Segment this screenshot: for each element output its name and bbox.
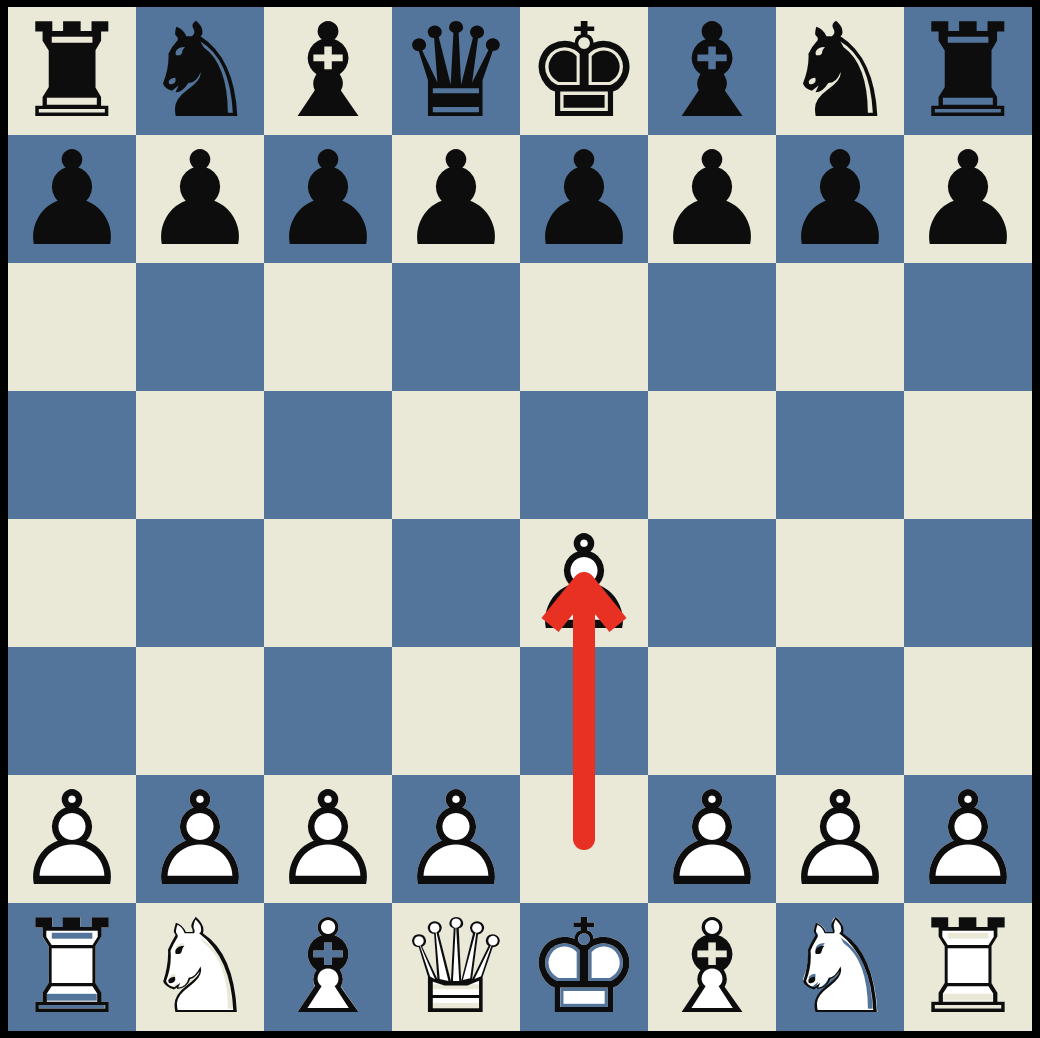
square-b2[interactable]: ♟♙ (136, 775, 264, 903)
square-h4[interactable] (904, 519, 1032, 647)
black-pawn-icon: ♟ (776, 135, 904, 263)
black-pawn-icon: ♟ (904, 135, 1032, 263)
piece-black-pawn[interactable]: ♟ (904, 135, 1032, 263)
black-pawn-icon: ♟ (520, 135, 648, 263)
black-king-icon: ♚ (520, 7, 648, 135)
piece-black-pawn[interactable]: ♟ (264, 135, 392, 263)
piece-black-rook[interactable]: ♜ (8, 7, 136, 135)
square-d7[interactable]: ♟ (392, 135, 520, 263)
square-b5[interactable] (136, 391, 264, 519)
square-a4[interactable] (8, 519, 136, 647)
square-h1[interactable]: ♜♖ (904, 903, 1032, 1031)
square-b7[interactable]: ♟ (136, 135, 264, 263)
square-f2[interactable]: ♟♙ (648, 775, 776, 903)
white-pawn-outline-icon: ♙ (8, 775, 136, 903)
square-g2[interactable]: ♟♙ (776, 775, 904, 903)
square-d1[interactable]: ♛♕ (392, 903, 520, 1031)
white-pawn-outline-icon: ♙ (904, 775, 1032, 903)
black-pawn-icon: ♟ (136, 135, 264, 263)
white-rook-outline-icon: ♖ (8, 903, 136, 1031)
white-queen-outline-icon: ♕ (392, 903, 520, 1031)
square-f3[interactable] (648, 647, 776, 775)
square-e6[interactable] (520, 263, 648, 391)
piece-black-pawn[interactable]: ♟ (8, 135, 136, 263)
piece-black-king[interactable]: ♚ (520, 7, 648, 135)
square-d8[interactable]: ♛ (392, 7, 520, 135)
chess-board-frame: ♜♞♝♛♚♝♞♜♟♟♟♟♟♟♟♟♟♙♟♙♟♙♟♙♟♙♟♙♟♙♟♙♜♖♞♘♝♗♛♕… (0, 0, 1040, 1038)
black-queen-icon: ♛ (392, 7, 520, 135)
square-a6[interactable] (8, 263, 136, 391)
square-c8[interactable]: ♝ (264, 7, 392, 135)
square-h7[interactable]: ♟ (904, 135, 1032, 263)
square-a8[interactable]: ♜ (8, 7, 136, 135)
black-pawn-icon: ♟ (392, 135, 520, 263)
piece-black-pawn[interactable]: ♟ (392, 135, 520, 263)
square-d4[interactable] (392, 519, 520, 647)
square-c4[interactable] (264, 519, 392, 647)
square-e7[interactable]: ♟ (520, 135, 648, 263)
square-g1[interactable]: ♞♘ (776, 903, 904, 1031)
black-pawn-icon: ♟ (648, 135, 776, 263)
square-f8[interactable]: ♝ (648, 7, 776, 135)
white-bishop-outline-icon: ♗ (648, 903, 776, 1031)
white-pawn-outline-icon: ♙ (264, 775, 392, 903)
square-d3[interactable] (392, 647, 520, 775)
piece-black-pawn[interactable]: ♟ (136, 135, 264, 263)
black-rook-icon: ♜ (8, 7, 136, 135)
square-f5[interactable] (648, 391, 776, 519)
piece-black-knight[interactable]: ♞ (136, 7, 264, 135)
black-bishop-icon: ♝ (264, 7, 392, 135)
square-d2[interactable]: ♟♙ (392, 775, 520, 903)
white-pawn-outline-icon: ♙ (648, 775, 776, 903)
square-a2[interactable]: ♟♙ (8, 775, 136, 903)
square-b4[interactable] (136, 519, 264, 647)
white-knight-outline-icon: ♘ (776, 903, 904, 1031)
white-rook-outline-icon: ♖ (904, 903, 1032, 1031)
piece-black-pawn[interactable]: ♟ (776, 135, 904, 263)
piece-white-king[interactable]: ♚♔ (520, 903, 648, 1031)
square-g3[interactable] (776, 647, 904, 775)
white-king-outline-icon: ♔ (520, 903, 648, 1031)
square-d6[interactable] (392, 263, 520, 391)
square-e4[interactable]: ♟♙ (520, 519, 648, 647)
square-g4[interactable] (776, 519, 904, 647)
black-knight-icon: ♞ (136, 7, 264, 135)
square-a7[interactable]: ♟ (8, 135, 136, 263)
piece-white-pawn[interactable]: ♟♙ (776, 775, 904, 903)
square-e5[interactable] (520, 391, 648, 519)
square-e1[interactable]: ♚♔ (520, 903, 648, 1031)
square-d5[interactable] (392, 391, 520, 519)
square-g5[interactable] (776, 391, 904, 519)
piece-black-pawn[interactable]: ♟ (648, 135, 776, 263)
white-pawn-outline-icon: ♙ (392, 775, 520, 903)
black-knight-icon: ♞ (776, 7, 904, 135)
square-b3[interactable] (136, 647, 264, 775)
piece-white-pawn[interactable]: ♟♙ (520, 519, 648, 647)
piece-white-knight[interactable]: ♞♘ (776, 903, 904, 1031)
piece-white-knight[interactable]: ♞♘ (136, 903, 264, 1031)
piece-black-knight[interactable]: ♞ (776, 7, 904, 135)
white-pawn-outline-icon: ♙ (136, 775, 264, 903)
square-h5[interactable] (904, 391, 1032, 519)
square-c7[interactable]: ♟ (264, 135, 392, 263)
square-c6[interactable] (264, 263, 392, 391)
piece-white-rook[interactable]: ♜♖ (8, 903, 136, 1031)
square-h6[interactable] (904, 263, 1032, 391)
black-pawn-icon: ♟ (264, 135, 392, 263)
piece-white-queen[interactable]: ♛♕ (392, 903, 520, 1031)
piece-black-queen[interactable]: ♛ (392, 7, 520, 135)
square-f4[interactable] (648, 519, 776, 647)
square-f7[interactable]: ♟ (648, 135, 776, 263)
white-bishop-outline-icon: ♗ (264, 903, 392, 1031)
square-g8[interactable]: ♞ (776, 7, 904, 135)
piece-white-bishop[interactable]: ♝♗ (648, 903, 776, 1031)
piece-black-bishop[interactable]: ♝ (264, 7, 392, 135)
square-b6[interactable] (136, 263, 264, 391)
piece-white-pawn[interactable]: ♟♙ (136, 775, 264, 903)
square-h3[interactable] (904, 647, 1032, 775)
square-g6[interactable] (776, 263, 904, 391)
square-h2[interactable]: ♟♙ (904, 775, 1032, 903)
chess-board[interactable]: ♜♞♝♛♚♝♞♜♟♟♟♟♟♟♟♟♟♙♟♙♟♙♟♙♟♙♟♙♟♙♟♙♜♖♞♘♝♗♛♕… (8, 7, 1032, 1031)
square-f1[interactable]: ♝♗ (648, 903, 776, 1031)
square-e2[interactable] (520, 775, 648, 903)
piece-white-bishop[interactable]: ♝♗ (264, 903, 392, 1031)
square-c1[interactable]: ♝♗ (264, 903, 392, 1031)
square-f6[interactable] (648, 263, 776, 391)
white-pawn-outline-icon: ♙ (520, 519, 648, 647)
black-bishop-icon: ♝ (648, 7, 776, 135)
square-a5[interactable] (8, 391, 136, 519)
black-rook-icon: ♜ (904, 7, 1032, 135)
piece-black-bishop[interactable]: ♝ (648, 7, 776, 135)
square-a3[interactable] (8, 647, 136, 775)
piece-white-pawn[interactable]: ♟♙ (648, 775, 776, 903)
square-e8[interactable]: ♚ (520, 7, 648, 135)
piece-white-pawn[interactable]: ♟♙ (392, 775, 520, 903)
square-e3[interactable] (520, 647, 648, 775)
square-a1[interactable]: ♜♖ (8, 903, 136, 1031)
square-c2[interactable]: ♟♙ (264, 775, 392, 903)
piece-white-pawn[interactable]: ♟♙ (264, 775, 392, 903)
square-g7[interactable]: ♟ (776, 135, 904, 263)
square-c3[interactable] (264, 647, 392, 775)
square-b1[interactable]: ♞♘ (136, 903, 264, 1031)
piece-white-pawn[interactable]: ♟♙ (904, 775, 1032, 903)
square-c5[interactable] (264, 391, 392, 519)
piece-black-rook[interactable]: ♜ (904, 7, 1032, 135)
black-pawn-icon: ♟ (8, 135, 136, 263)
piece-black-pawn[interactable]: ♟ (520, 135, 648, 263)
white-pawn-outline-icon: ♙ (776, 775, 904, 903)
square-b8[interactable]: ♞ (136, 7, 264, 135)
white-knight-outline-icon: ♘ (136, 903, 264, 1031)
piece-white-rook[interactable]: ♜♖ (904, 903, 1032, 1031)
piece-white-pawn[interactable]: ♟♙ (8, 775, 136, 903)
square-h8[interactable]: ♜ (904, 7, 1032, 135)
